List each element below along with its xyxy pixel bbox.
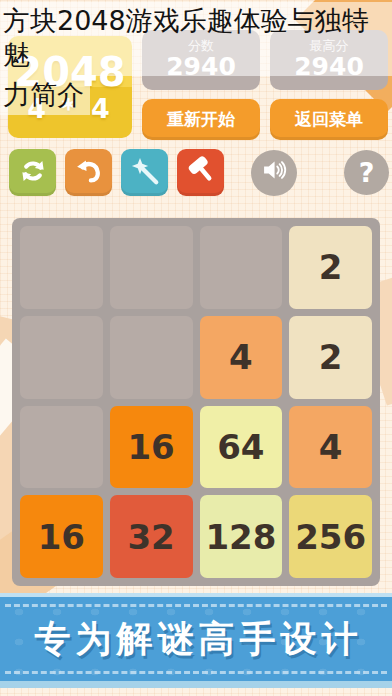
undo-icon <box>74 156 104 189</box>
magic-wand-icon <box>130 156 160 189</box>
empty-cell <box>20 406 103 489</box>
game-board-grid[interactable]: 242166441632128256 <box>12 218 380 586</box>
tile-4: 4 <box>289 406 372 489</box>
game-screen: 2048 4 * 4 分数 2940 最高分 2940 重新开始 返回菜单 <box>0 0 392 696</box>
page-title: 方块2048游戏乐趣体验与独特魅 力简介 <box>0 2 392 115</box>
empty-cell <box>20 226 103 309</box>
magic-wand-button[interactable] <box>121 149 168 196</box>
tile-4: 4 <box>200 316 283 399</box>
page-title-line1: 方块2048游戏乐趣体验与独特魅 <box>0 2 392 76</box>
tile-2: 2 <box>289 226 372 309</box>
tile-2: 2 <box>289 316 372 399</box>
sound-icon <box>260 156 288 190</box>
refresh-button[interactable] <box>9 149 56 196</box>
hammer-button[interactable] <box>177 149 224 196</box>
banner-text: 专为解谜高手设计 <box>30 615 363 664</box>
bottom-banner: 专为解谜高手设计 <box>0 593 392 688</box>
empty-cell <box>20 316 103 399</box>
hammer-icon <box>186 156 216 189</box>
tile-256: 256 <box>289 495 372 578</box>
tile-128: 128 <box>200 495 283 578</box>
question-icon: ? <box>359 157 375 188</box>
undo-button[interactable] <box>65 149 112 196</box>
tile-16: 16 <box>110 406 193 489</box>
tile-64: 64 <box>200 406 283 489</box>
empty-cell <box>200 226 283 309</box>
tile-32: 32 <box>110 495 193 578</box>
sound-button[interactable] <box>251 150 297 196</box>
refresh-icon <box>18 156 48 189</box>
help-button[interactable]: ? <box>344 150 389 195</box>
empty-cell <box>110 226 193 309</box>
tile-16: 16 <box>20 495 103 578</box>
page-title-line2: 力简介 <box>0 76 90 116</box>
empty-cell <box>110 316 193 399</box>
